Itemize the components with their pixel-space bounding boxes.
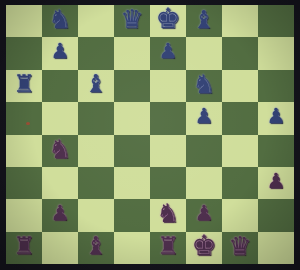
blue-queen-icon: ♛ (120, 6, 143, 32)
square-a4[interactable] (6, 135, 42, 167)
blue-rook-icon: ♜ (13, 72, 35, 96)
red-speck (26, 122, 30, 125)
purple-bishop-icon: ♝ (85, 233, 107, 258)
square-a3[interactable] (6, 167, 42, 199)
square-g2[interactable] (222, 199, 258, 231)
square-c3[interactable] (78, 167, 114, 199)
blue-king-icon: ♚ (155, 5, 180, 33)
square-e4[interactable] (150, 135, 186, 167)
blue-pawn-icon: ♟ (51, 41, 70, 62)
square-g6[interactable] (222, 70, 258, 102)
square-h4[interactable] (258, 135, 294, 167)
square-f8[interactable]: ♝ (186, 5, 222, 37)
square-d3[interactable] (114, 167, 150, 199)
square-f1[interactable]: ♚ (186, 232, 222, 264)
square-e6[interactable] (150, 70, 186, 102)
square-f6[interactable]: ♞ (186, 70, 222, 102)
blue-knight-icon: ♞ (48, 6, 71, 32)
square-b1[interactable] (42, 232, 78, 264)
purple-rook-icon: ♜ (157, 234, 179, 258)
square-f4[interactable] (186, 135, 222, 167)
square-e5[interactable] (150, 102, 186, 134)
square-g7[interactable] (222, 37, 258, 69)
purple-queen-icon: ♛ (228, 233, 251, 259)
purple-knight-icon: ♞ (48, 136, 71, 162)
square-f2[interactable]: ♟ (186, 199, 222, 231)
square-h8[interactable] (258, 5, 294, 37)
square-f7[interactable] (186, 37, 222, 69)
blue-pawn-icon: ♟ (159, 41, 178, 62)
blue-pawn-icon: ♟ (195, 106, 214, 127)
square-d5[interactable] (114, 102, 150, 134)
square-e7[interactable]: ♟ (150, 37, 186, 69)
square-a2[interactable] (6, 199, 42, 231)
purple-rook-icon: ♜ (13, 234, 35, 258)
square-c8[interactable] (78, 5, 114, 37)
square-c6[interactable]: ♝ (78, 70, 114, 102)
square-c5[interactable] (78, 102, 114, 134)
square-c4[interactable] (78, 135, 114, 167)
square-d7[interactable] (114, 37, 150, 69)
purple-king-icon: ♚ (191, 232, 216, 260)
square-b2[interactable]: ♟ (42, 199, 78, 231)
square-g4[interactable] (222, 135, 258, 167)
blue-bishop-icon: ♝ (85, 71, 107, 96)
purple-pawn-icon: ♟ (195, 203, 214, 224)
square-h6[interactable] (258, 70, 294, 102)
square-g8[interactable] (222, 5, 258, 37)
chess-board: ♞♛♚♝♟♟♜♝♞♟♟♞♟♟♞♟♜♝♜♚♛ (6, 5, 294, 264)
square-e3[interactable] (150, 167, 186, 199)
square-h1[interactable] (258, 232, 294, 264)
square-c1[interactable]: ♝ (78, 232, 114, 264)
square-b3[interactable] (42, 167, 78, 199)
blue-bishop-icon: ♝ (193, 7, 215, 32)
square-e1[interactable]: ♜ (150, 232, 186, 264)
square-a6[interactable]: ♜ (6, 70, 42, 102)
square-b7[interactable]: ♟ (42, 37, 78, 69)
square-a7[interactable] (6, 37, 42, 69)
purple-pawn-icon: ♟ (267, 171, 286, 192)
square-a1[interactable]: ♜ (6, 232, 42, 264)
square-d6[interactable] (114, 70, 150, 102)
square-h7[interactable] (258, 37, 294, 69)
purple-knight-icon: ♞ (156, 200, 179, 226)
square-h2[interactable] (258, 199, 294, 231)
square-c2[interactable] (78, 199, 114, 231)
square-h5[interactable]: ♟ (258, 102, 294, 134)
square-b4[interactable]: ♞ (42, 135, 78, 167)
square-b8[interactable]: ♞ (42, 5, 78, 37)
square-g3[interactable] (222, 167, 258, 199)
square-g1[interactable]: ♛ (222, 232, 258, 264)
square-c7[interactable] (78, 37, 114, 69)
chess-board-photo: ♞♛♚♝♟♟♜♝♞♟♟♞♟♟♞♟♜♝♜♚♛ (0, 0, 300, 270)
square-h3[interactable]: ♟ (258, 167, 294, 199)
square-e2[interactable]: ♞ (150, 199, 186, 231)
square-g5[interactable] (222, 102, 258, 134)
square-a5[interactable] (6, 102, 42, 134)
square-f3[interactable] (186, 167, 222, 199)
square-d4[interactable] (114, 135, 150, 167)
square-e8[interactable]: ♚ (150, 5, 186, 37)
square-d1[interactable] (114, 232, 150, 264)
square-b6[interactable] (42, 70, 78, 102)
purple-pawn-icon: ♟ (51, 203, 70, 224)
square-d8[interactable]: ♛ (114, 5, 150, 37)
square-f5[interactable]: ♟ (186, 102, 222, 134)
blue-knight-icon: ♞ (192, 71, 215, 97)
square-a8[interactable] (6, 5, 42, 37)
blue-pawn-icon: ♟ (267, 106, 286, 127)
square-b5[interactable] (42, 102, 78, 134)
square-d2[interactable] (114, 199, 150, 231)
